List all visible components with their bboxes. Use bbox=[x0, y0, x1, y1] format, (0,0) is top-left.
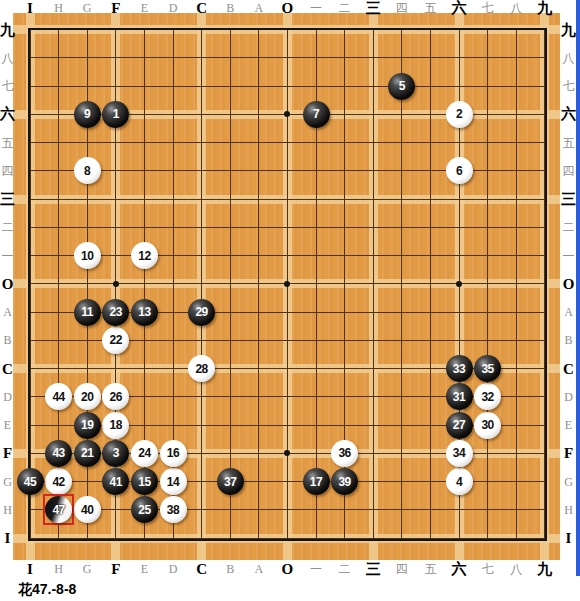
stone-38-white: 38 bbox=[160, 496, 187, 523]
col-label-bottom-二: 二 bbox=[331, 562, 359, 576]
row-label-right-六: 六 bbox=[561, 107, 576, 121]
row-label-right-C: C bbox=[561, 362, 576, 376]
stone-6-white: 6 bbox=[446, 157, 473, 184]
col-label-bottom-五: 五 bbox=[416, 562, 444, 576]
col-label-bottom-六: 六 bbox=[445, 562, 473, 576]
stone-45-black: 45 bbox=[17, 468, 44, 495]
col-label-bottom-八: 八 bbox=[502, 562, 530, 576]
stone-11-black: 11 bbox=[74, 299, 101, 326]
stone-25-black: 25 bbox=[131, 496, 158, 523]
col-label-bottom-四: 四 bbox=[388, 562, 416, 576]
col-label-top-A: A bbox=[245, 1, 273, 15]
col-label-top-一: 一 bbox=[302, 1, 330, 15]
stone-12-white: 12 bbox=[131, 242, 158, 269]
col-label-top-C: C bbox=[188, 1, 216, 15]
col-label-bottom-B: B bbox=[216, 562, 244, 576]
stone-14-white: 14 bbox=[160, 468, 187, 495]
col-label-bottom-O: O bbox=[273, 562, 301, 576]
stone-15-black: 15 bbox=[131, 468, 158, 495]
stone-16-white: 16 bbox=[160, 440, 187, 467]
row-label-right-九: 九 bbox=[561, 23, 576, 37]
row-label-right-D: D bbox=[561, 390, 576, 404]
col-label-bottom-七: 七 bbox=[474, 562, 502, 576]
stone-9-black: 9 bbox=[74, 101, 101, 128]
stone-43-black: 43 bbox=[45, 440, 72, 467]
stone-5-black: 5 bbox=[388, 73, 415, 100]
row-label-right-G: G bbox=[561, 475, 576, 489]
stone-31-black: 31 bbox=[446, 383, 473, 410]
col-label-top-G: G bbox=[73, 1, 101, 15]
move-caption: 花47.-8-8 bbox=[18, 581, 76, 599]
row-label-left-I: I bbox=[0, 531, 15, 545]
row-label-left-B: B bbox=[0, 333, 15, 347]
col-label-bottom-D: D bbox=[159, 562, 187, 576]
row-label-left-三: 三 bbox=[0, 192, 15, 206]
stone-13-black: 13 bbox=[131, 299, 158, 326]
col-label-top-I: I bbox=[16, 1, 44, 15]
col-label-bottom-E: E bbox=[130, 562, 158, 576]
row-label-left-一: 一 bbox=[0, 249, 15, 263]
col-label-top-六: 六 bbox=[445, 1, 473, 15]
col-label-top-D: D bbox=[159, 1, 187, 15]
col-label-top-O: O bbox=[273, 1, 301, 15]
col-label-top-E: E bbox=[130, 1, 158, 15]
row-label-right-三: 三 bbox=[561, 192, 576, 206]
stone-24-white: 24 bbox=[131, 440, 158, 467]
stone-21-black: 21 bbox=[74, 440, 101, 467]
row-label-right-二: 二 bbox=[561, 220, 576, 234]
col-label-top-B: B bbox=[216, 1, 244, 15]
stone-10-white: 10 bbox=[74, 242, 101, 269]
col-label-top-二: 二 bbox=[331, 1, 359, 15]
row-label-left-六: 六 bbox=[0, 107, 15, 121]
col-label-top-三: 三 bbox=[359, 1, 387, 15]
stone-36-white: 36 bbox=[331, 440, 358, 467]
stone-7-black: 7 bbox=[303, 101, 330, 128]
stone-23-black: 23 bbox=[102, 299, 129, 326]
row-label-left-四: 四 bbox=[0, 164, 15, 178]
stone-22-white: 22 bbox=[102, 327, 129, 354]
stone-37-black: 37 bbox=[217, 468, 244, 495]
row-label-right-F: F bbox=[561, 446, 576, 460]
stone-2-white: 2 bbox=[446, 101, 473, 128]
col-label-top-H: H bbox=[45, 1, 73, 15]
col-label-top-七: 七 bbox=[474, 1, 502, 15]
row-label-left-C: C bbox=[0, 362, 15, 376]
row-label-left-E: E bbox=[0, 418, 15, 432]
row-label-right-I: I bbox=[561, 531, 576, 545]
col-label-top-四: 四 bbox=[388, 1, 416, 15]
window-edge-blue-line bbox=[576, 0, 580, 576]
col-label-bottom-C: C bbox=[188, 562, 216, 576]
row-label-left-F: F bbox=[0, 446, 15, 460]
row-label-right-五: 五 bbox=[561, 136, 576, 150]
row-label-right-七: 七 bbox=[561, 79, 576, 93]
stone-20-white: 20 bbox=[74, 383, 101, 410]
row-label-left-G: G bbox=[0, 475, 15, 489]
row-label-left-七: 七 bbox=[0, 79, 15, 93]
stone-35-black: 35 bbox=[474, 355, 501, 382]
stone-3-black: 3 bbox=[102, 440, 129, 467]
star-point-F-O bbox=[113, 281, 119, 287]
col-label-bottom-H: H bbox=[45, 562, 73, 576]
row-label-left-八: 八 bbox=[0, 51, 15, 65]
row-label-right-E: E bbox=[561, 418, 576, 432]
stone-33-black: 33 bbox=[446, 355, 473, 382]
stone-8-white: 8 bbox=[74, 157, 101, 184]
stone-4-white: 4 bbox=[446, 468, 473, 495]
row-label-left-H: H bbox=[0, 503, 15, 517]
stone-28-white: 28 bbox=[188, 355, 215, 382]
col-label-bottom-一: 一 bbox=[302, 562, 330, 576]
col-label-bottom-I: I bbox=[16, 562, 44, 576]
stone-19-black: 19 bbox=[74, 412, 101, 439]
row-label-left-二: 二 bbox=[0, 220, 15, 234]
row-label-right-四: 四 bbox=[561, 164, 576, 178]
col-label-bottom-G: G bbox=[73, 562, 101, 576]
col-label-bottom-F: F bbox=[102, 562, 130, 576]
row-label-right-八: 八 bbox=[561, 51, 576, 65]
col-label-top-五: 五 bbox=[416, 1, 444, 15]
star-point-六-O bbox=[456, 281, 462, 287]
stone-1-black: 1 bbox=[102, 101, 129, 128]
row-label-right-B: B bbox=[561, 333, 576, 347]
row-label-right-A: A bbox=[561, 305, 576, 319]
stone-27-black: 27 bbox=[446, 412, 473, 439]
stone-39-black: 39 bbox=[331, 468, 358, 495]
row-label-left-九: 九 bbox=[0, 23, 15, 37]
stone-40-white: 40 bbox=[74, 496, 101, 523]
row-label-left-D: D bbox=[0, 390, 15, 404]
col-label-bottom-A: A bbox=[245, 562, 273, 576]
stone-18-white: 18 bbox=[102, 412, 129, 439]
stone-34-white: 34 bbox=[446, 440, 473, 467]
col-label-top-F: F bbox=[102, 1, 130, 15]
stone-29-black: 29 bbox=[188, 299, 215, 326]
stone-42-white: 42 bbox=[45, 468, 72, 495]
col-label-top-九: 九 bbox=[531, 1, 559, 15]
col-label-bottom-三: 三 bbox=[359, 562, 387, 576]
row-label-right-H: H bbox=[561, 503, 576, 517]
row-label-right-O: O bbox=[561, 277, 576, 291]
stone-17-black: 17 bbox=[303, 468, 330, 495]
row-label-right-一: 一 bbox=[561, 249, 576, 263]
row-label-left-O: O bbox=[0, 277, 15, 291]
row-label-left-A: A bbox=[0, 305, 15, 319]
col-label-top-八: 八 bbox=[502, 1, 530, 15]
go-diagram-page: 花47.-8-8 IIHHGGFFEEDDCCBBAAOO一一二二三三四四五五六… bbox=[0, 0, 580, 601]
row-label-left-五: 五 bbox=[0, 136, 15, 150]
stone-30-white: 30 bbox=[474, 412, 501, 439]
col-label-bottom-九: 九 bbox=[531, 562, 559, 576]
